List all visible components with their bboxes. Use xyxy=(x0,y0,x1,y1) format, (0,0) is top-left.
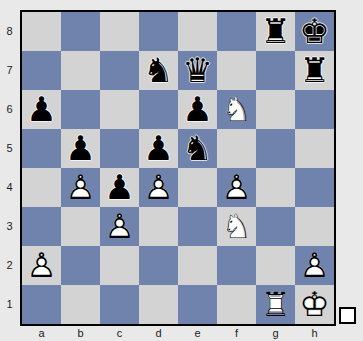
black-piece-glyph: ♟ xyxy=(22,90,61,129)
square-h6[interactable] xyxy=(295,90,334,129)
rank-label-8: 8 xyxy=(1,12,18,51)
rank-label-2: 2 xyxy=(1,246,18,285)
square-a6[interactable]: ♟ xyxy=(22,90,61,129)
black-piece-glyph: ♚ xyxy=(295,12,334,51)
square-h8[interactable]: ♚ xyxy=(295,12,334,51)
square-b1[interactable] xyxy=(61,285,100,324)
square-d8[interactable] xyxy=(139,12,178,51)
piece-white-king[interactable]: ♚♔ xyxy=(295,285,334,324)
piece-black-pawn[interactable]: ♟ xyxy=(139,129,178,168)
square-d5[interactable]: ♟ xyxy=(139,129,178,168)
piece-black-pawn[interactable]: ♟ xyxy=(22,90,61,129)
white-piece-outline-glyph: ♔ xyxy=(295,285,334,324)
square-g1[interactable]: ♜♖ xyxy=(256,285,295,324)
square-a1[interactable] xyxy=(22,285,61,324)
black-piece-glyph: ♞ xyxy=(139,51,178,90)
square-f4[interactable]: ♟♙ xyxy=(217,168,256,207)
chess-board: ♜♚♞♛♜♟♟♞♘♟♟♞♟♙♟♟♙♟♙♟♙♞♘♟♙♟♙♜♖♚♔ xyxy=(20,10,336,326)
square-f2[interactable] xyxy=(217,246,256,285)
square-g2[interactable] xyxy=(256,246,295,285)
file-label-d: d xyxy=(139,327,178,340)
white-piece-outline-glyph: ♘ xyxy=(217,207,256,246)
piece-white-pawn[interactable]: ♟♙ xyxy=(217,168,256,207)
square-d7[interactable]: ♞ xyxy=(139,51,178,90)
piece-black-pawn[interactable]: ♟ xyxy=(178,90,217,129)
white-piece-outline-glyph: ♙ xyxy=(295,246,334,285)
square-f3[interactable]: ♞♘ xyxy=(217,207,256,246)
square-e2[interactable] xyxy=(178,246,217,285)
square-e4[interactable] xyxy=(178,168,217,207)
square-f6[interactable]: ♞♘ xyxy=(217,90,256,129)
square-c5[interactable] xyxy=(100,129,139,168)
black-piece-glyph: ♜ xyxy=(256,12,295,51)
white-piece-outline-glyph: ♙ xyxy=(217,168,256,207)
piece-black-pawn[interactable]: ♟ xyxy=(61,129,100,168)
square-f8[interactable] xyxy=(217,12,256,51)
white-piece-outline-glyph: ♙ xyxy=(139,168,178,207)
square-c3[interactable]: ♟♙ xyxy=(100,207,139,246)
square-b8[interactable] xyxy=(61,12,100,51)
square-h4[interactable] xyxy=(295,168,334,207)
black-piece-glyph: ♟ xyxy=(61,129,100,168)
piece-white-pawn[interactable]: ♟♙ xyxy=(295,246,334,285)
file-label-h: h xyxy=(295,327,334,340)
square-d6[interactable] xyxy=(139,90,178,129)
square-g7[interactable] xyxy=(256,51,295,90)
square-a7[interactable] xyxy=(22,51,61,90)
square-g5[interactable] xyxy=(256,129,295,168)
side-to-move-indicator xyxy=(339,307,356,324)
square-c6[interactable] xyxy=(100,90,139,129)
piece-white-pawn[interactable]: ♟♙ xyxy=(61,168,100,207)
square-d2[interactable] xyxy=(139,246,178,285)
white-piece-outline-glyph: ♖ xyxy=(256,285,295,324)
square-g3[interactable] xyxy=(256,207,295,246)
square-b3[interactable] xyxy=(61,207,100,246)
square-a2[interactable]: ♟♙ xyxy=(22,246,61,285)
black-piece-glyph: ♟ xyxy=(178,90,217,129)
square-c4[interactable]: ♟ xyxy=(100,168,139,207)
piece-black-queen[interactable]: ♛ xyxy=(178,51,217,90)
white-piece-outline-glyph: ♙ xyxy=(22,246,61,285)
rank-label-5: 5 xyxy=(1,129,18,168)
square-e8[interactable] xyxy=(178,12,217,51)
piece-white-knight[interactable]: ♞♘ xyxy=(217,90,256,129)
square-g4[interactable] xyxy=(256,168,295,207)
square-d3[interactable] xyxy=(139,207,178,246)
white-piece-outline-glyph: ♙ xyxy=(61,168,100,207)
piece-black-rook[interactable]: ♜ xyxy=(256,12,295,51)
square-d1[interactable] xyxy=(139,285,178,324)
piece-black-king[interactable]: ♚ xyxy=(295,12,334,51)
square-c7[interactable] xyxy=(100,51,139,90)
square-b6[interactable] xyxy=(61,90,100,129)
piece-white-pawn[interactable]: ♟♙ xyxy=(22,246,61,285)
square-b4[interactable]: ♟♙ xyxy=(61,168,100,207)
square-a8[interactable] xyxy=(22,12,61,51)
square-d4[interactable]: ♟♙ xyxy=(139,168,178,207)
square-e5[interactable]: ♞ xyxy=(178,129,217,168)
rank-labels: 87654321 xyxy=(1,12,18,324)
square-f1[interactable] xyxy=(217,285,256,324)
square-h1[interactable]: ♚♔ xyxy=(295,285,334,324)
rank-label-6: 6 xyxy=(1,90,18,129)
file-label-c: c xyxy=(100,327,139,340)
white-piece-outline-glyph: ♙ xyxy=(100,207,139,246)
square-a3[interactable] xyxy=(22,207,61,246)
piece-black-pawn[interactable]: ♟ xyxy=(100,168,139,207)
square-g6[interactable] xyxy=(256,90,295,129)
file-label-f: f xyxy=(217,327,256,340)
square-e3[interactable] xyxy=(178,207,217,246)
black-piece-glyph: ♛ xyxy=(178,51,217,90)
piece-black-rook[interactable]: ♜ xyxy=(295,51,334,90)
square-a4[interactable] xyxy=(22,168,61,207)
piece-white-rook[interactable]: ♜♖ xyxy=(256,285,295,324)
file-label-e: e xyxy=(178,327,217,340)
square-c8[interactable] xyxy=(100,12,139,51)
white-piece-outline-glyph: ♘ xyxy=(217,90,256,129)
square-b7[interactable] xyxy=(61,51,100,90)
piece-black-knight[interactable]: ♞ xyxy=(139,51,178,90)
square-c2[interactable] xyxy=(100,246,139,285)
rank-label-1: 1 xyxy=(1,285,18,324)
rank-label-7: 7 xyxy=(1,51,18,90)
piece-white-pawn[interactable]: ♟♙ xyxy=(100,207,139,246)
square-f5[interactable] xyxy=(217,129,256,168)
square-h3[interactable] xyxy=(295,207,334,246)
black-piece-glyph: ♞ xyxy=(178,129,217,168)
file-label-g: g xyxy=(256,327,295,340)
piece-black-knight[interactable]: ♞ xyxy=(178,129,217,168)
square-e1[interactable] xyxy=(178,285,217,324)
file-labels: abcdefgh xyxy=(22,327,334,340)
square-a5[interactable] xyxy=(22,129,61,168)
black-piece-glyph: ♟ xyxy=(100,168,139,207)
piece-white-knight[interactable]: ♞♘ xyxy=(217,207,256,246)
rank-label-4: 4 xyxy=(1,168,18,207)
square-g8[interactable]: ♜ xyxy=(256,12,295,51)
square-h5[interactable] xyxy=(295,129,334,168)
square-e7[interactable]: ♛ xyxy=(178,51,217,90)
square-f7[interactable] xyxy=(217,51,256,90)
black-piece-glyph: ♜ xyxy=(295,51,334,90)
file-label-a: a xyxy=(22,327,61,340)
square-h7[interactable]: ♜ xyxy=(295,51,334,90)
square-c1[interactable] xyxy=(100,285,139,324)
square-b5[interactable]: ♟ xyxy=(61,129,100,168)
square-e6[interactable]: ♟ xyxy=(178,90,217,129)
square-b2[interactable] xyxy=(61,246,100,285)
square-h2[interactable]: ♟♙ xyxy=(295,246,334,285)
piece-white-pawn[interactable]: ♟♙ xyxy=(139,168,178,207)
file-label-b: b xyxy=(61,327,100,340)
black-piece-glyph: ♟ xyxy=(139,129,178,168)
rank-label-3: 3 xyxy=(1,207,18,246)
